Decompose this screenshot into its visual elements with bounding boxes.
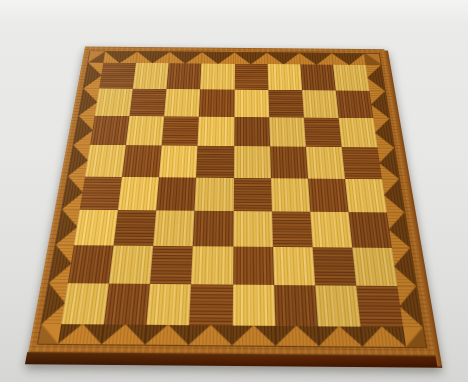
triangle-inlay-icon: [103, 51, 137, 63]
border-top-triangle-3: [169, 52, 202, 64]
square-d6: [198, 117, 234, 147]
square-b3: [114, 210, 157, 246]
triangle-inlay-icon: [169, 52, 202, 64]
border-top-triangle-4: [202, 52, 235, 64]
square-c2: [150, 246, 193, 285]
triangle-inlay-icon: [202, 52, 235, 64]
square-f8: [267, 64, 302, 90]
triangle-inlay-icon: [232, 326, 275, 346]
board-border-inlay: [38, 51, 426, 347]
square-a8: [99, 63, 136, 89]
square-e2: [233, 246, 274, 285]
square-f2: [273, 247, 315, 286]
square-c8: [167, 63, 202, 89]
border-bottom-triangle-2: [102, 324, 147, 344]
border-bottom-triangle-4: [189, 325, 233, 345]
triangle-inlay-icon: [373, 118, 394, 147]
border-right-triangle-3: [373, 118, 394, 147]
triangle-inlay-icon: [382, 179, 404, 212]
square-f4: [271, 178, 310, 212]
triangle-inlay-icon: [366, 65, 385, 91]
square-g3: [310, 211, 352, 247]
square-e3: [233, 211, 273, 247]
square-f7: [268, 90, 304, 118]
square-b1: [104, 283, 150, 324]
square-d7: [199, 89, 234, 117]
square-c6: [162, 117, 199, 147]
border-top-triangle-8: [332, 53, 366, 65]
square-g7: [302, 90, 339, 118]
triangle-inlay-icon: [102, 324, 147, 344]
border-corner-tr: [364, 54, 381, 65]
square-c4: [156, 177, 196, 211]
border-top-triangle-2: [136, 52, 170, 64]
square-a5: [85, 145, 126, 176]
border-top-triangle-5: [234, 52, 267, 64]
border-top-triangle-7: [299, 53, 333, 65]
square-g5: [306, 147, 345, 178]
border-bottom-triangle-7: [318, 326, 363, 346]
triangle-inlay-icon: [299, 53, 333, 65]
square-c5: [159, 146, 198, 177]
square-e8: [234, 64, 268, 90]
square-f3: [272, 211, 313, 247]
triangle-inlay-icon: [145, 325, 189, 345]
square-d5: [196, 146, 233, 177]
square-d2: [191, 246, 233, 285]
square-d3: [193, 210, 233, 246]
square-e5: [234, 146, 271, 177]
square-d1: [189, 284, 232, 325]
square-a6: [90, 116, 130, 145]
square-h3: [348, 212, 391, 248]
square-f6: [269, 117, 306, 147]
triangle-inlay-icon: [275, 326, 319, 346]
square-e1: [232, 284, 275, 325]
square-b8: [133, 63, 169, 89]
square-a1: [61, 283, 109, 324]
square-h1: [356, 286, 403, 327]
square-a4: [80, 176, 122, 210]
square-h7: [336, 91, 374, 119]
square-b5: [122, 145, 162, 176]
board-shadow: [61, 5, 406, 350]
square-h2: [352, 247, 397, 286]
square-h6: [339, 118, 378, 148]
square-b7: [130, 89, 167, 117]
square-d8: [200, 64, 234, 90]
square-c3: [153, 210, 194, 246]
board-squares: [61, 63, 403, 327]
border-bottom-triangle-6: [275, 326, 319, 346]
border-top-triangle-1: [103, 51, 137, 63]
square-e7: [234, 90, 269, 118]
triangle-inlay-icon: [360, 327, 406, 347]
triangle-inlay-icon: [234, 52, 267, 64]
border-right-triangle-6: [387, 212, 410, 248]
square-c7: [164, 89, 200, 117]
square-g8: [300, 64, 336, 90]
border-right-triangle-2: [369, 91, 389, 119]
triangle-inlay-icon: [318, 326, 363, 346]
border-corner-br: [403, 327, 426, 347]
square-e4: [233, 178, 271, 212]
square-g4: [308, 178, 349, 212]
square-e6: [234, 117, 270, 147]
square-c1: [147, 284, 192, 325]
border-right-triangle-1: [366, 65, 385, 91]
board-photo: [61, 5, 406, 350]
square-d4: [195, 177, 234, 211]
square-b2: [109, 245, 153, 283]
square-h5: [342, 147, 382, 178]
border-top-triangle-6: [267, 53, 300, 65]
square-a7: [95, 89, 133, 117]
square-b6: [126, 116, 164, 145]
square-g6: [304, 118, 342, 148]
border-right-triangle-5: [382, 179, 404, 212]
square-h4: [345, 178, 387, 212]
triangle-inlay-icon: [369, 91, 389, 119]
border-bottom-triangle-3: [145, 325, 189, 345]
border-bottom-triangle-8: [360, 327, 406, 347]
triangle-inlay-icon: [189, 325, 233, 345]
square-f5: [270, 147, 308, 178]
square-b4: [118, 177, 159, 211]
square-f1: [274, 285, 318, 326]
square-g1: [315, 285, 360, 326]
board-frame: [28, 47, 435, 356]
square-h8: [333, 65, 370, 91]
square-g2: [312, 247, 356, 286]
triangle-inlay-icon: [387, 212, 410, 248]
chessboard: [28, 47, 435, 356]
triangle-inlay-icon: [58, 324, 104, 344]
square-a3: [74, 209, 118, 245]
border-bottom-triangle-5: [232, 326, 275, 346]
board-bottom-edge: [25, 352, 442, 368]
triangle-inlay-icon: [332, 53, 366, 65]
triangle-inlay-icon: [267, 53, 300, 65]
square-a2: [68, 245, 114, 283]
border-right-triangle-4: [378, 148, 399, 179]
border-bottom-triangle-1: [58, 324, 104, 344]
triangle-inlay-icon: [378, 148, 399, 179]
triangle-inlay-icon: [136, 52, 170, 64]
